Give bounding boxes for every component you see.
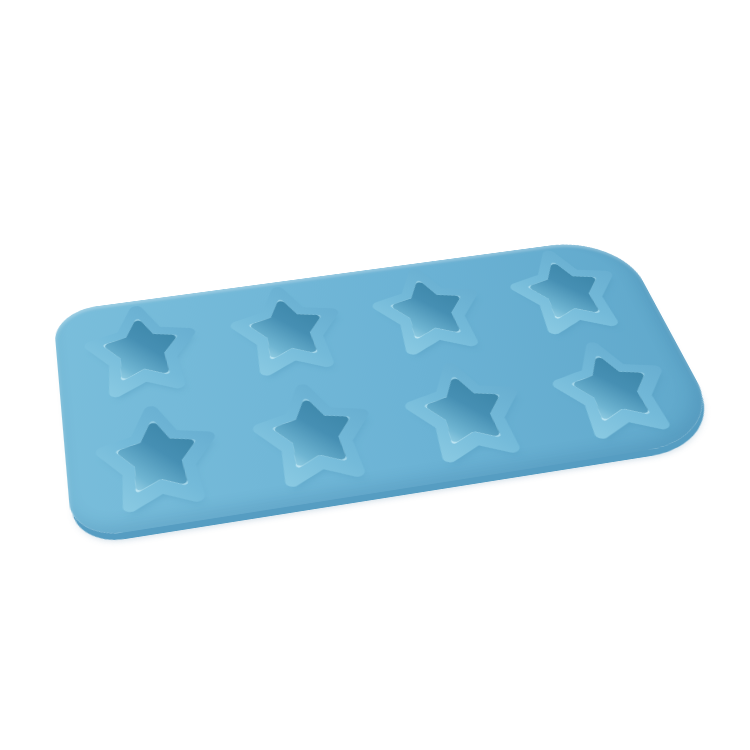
tray-perspective-wrap: [0, 0, 750, 750]
cavity-grid: [53, 236, 727, 540]
ice-cube-tray: [53, 236, 727, 540]
product-photo: [0, 0, 750, 750]
